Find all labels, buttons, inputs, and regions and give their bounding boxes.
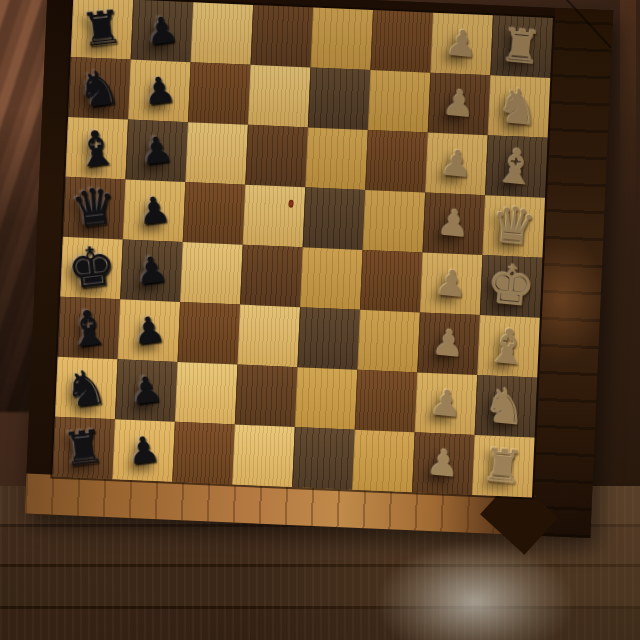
square-b8[interactable]: ♞: [68, 57, 131, 120]
piece-black-bishop[interactable]: ♝: [64, 296, 114, 360]
square-g2[interactable]: ♟: [415, 372, 478, 435]
square-b2[interactable]: ♟: [428, 73, 491, 136]
square-a3[interactable]: [370, 10, 433, 73]
square-g1[interactable]: ♞: [475, 375, 538, 438]
square-f3[interactable]: [357, 310, 420, 373]
square-e1[interactable]: ♚: [480, 255, 543, 318]
square-c6[interactable]: [185, 122, 248, 185]
square-c5[interactable]: [245, 125, 308, 188]
piece-black-pawn[interactable]: ♟: [129, 299, 168, 362]
square-d6[interactable]: [183, 182, 246, 245]
table-surface-right: [620, 0, 636, 230]
square-e3[interactable]: [360, 250, 423, 313]
square-c2[interactable]: ♟: [425, 133, 488, 196]
square-c4[interactable]: [305, 127, 368, 190]
square-a5[interactable]: [251, 5, 314, 68]
square-d4[interactable]: [303, 187, 366, 250]
chess-board: ♜♟♟♜♞♟♟♞♝♟♟♝♛♟♟♛♚♟♟♚♝♟♟♝♞♟♟♞♜♟♟♜: [25, 0, 613, 538]
square-c7[interactable]: ♟: [125, 120, 188, 183]
square-c3[interactable]: [365, 130, 428, 193]
square-d2[interactable]: ♟: [423, 193, 486, 256]
square-b3[interactable]: [368, 70, 431, 133]
square-f4[interactable]: [297, 307, 360, 370]
piece-white-pawn[interactable]: ♟: [427, 372, 465, 435]
piece-black-queen[interactable]: ♛: [68, 176, 120, 241]
square-h2[interactable]: ♟: [412, 432, 475, 495]
square-a4[interactable]: [310, 8, 373, 71]
square-a1[interactable]: ♜: [490, 15, 553, 78]
square-c8[interactable]: ♝: [65, 117, 128, 180]
square-b6[interactable]: [188, 62, 251, 125]
square-h7[interactable]: ♟: [112, 419, 175, 482]
piece-white-knight[interactable]: ♞: [495, 75, 544, 139]
piece-black-pawn[interactable]: ♟: [132, 239, 171, 302]
square-g4[interactable]: [295, 367, 358, 430]
square-d7[interactable]: ♟: [123, 179, 186, 242]
piece-white-pawn[interactable]: ♟: [437, 132, 475, 195]
square-e7[interactable]: ♟: [120, 239, 183, 302]
square-g8[interactable]: ♞: [55, 357, 118, 420]
piece-white-rook[interactable]: ♜: [480, 434, 527, 498]
photo-scene: ♜♟♟♜♞♟♟♞♝♟♟♝♛♟♟♛♚♟♟♚♝♟♟♝♞♟♟♞♜♟♟♜: [0, 0, 640, 640]
wood-knot: [288, 200, 293, 208]
piece-black-pawn[interactable]: ♟: [142, 0, 181, 63]
square-d8[interactable]: ♛: [63, 177, 126, 240]
board-grid: ♜♟♟♜♞♟♟♞♝♟♟♝♛♟♟♛♚♟♟♚♝♟♟♝♞♟♟♞♜♟♟♜: [52, 0, 552, 498]
square-a2[interactable]: ♟: [430, 13, 493, 76]
piece-white-bishop[interactable]: ♝: [484, 314, 533, 378]
piece-white-pawn[interactable]: ♟: [424, 432, 462, 495]
square-b5[interactable]: [248, 65, 311, 128]
piece-white-queen[interactable]: ♛: [488, 194, 539, 258]
piece-black-pawn[interactable]: ♟: [135, 179, 174, 242]
piece-black-rook[interactable]: ♜: [78, 0, 126, 60]
square-h1[interactable]: ♜: [472, 435, 535, 498]
piece-black-pawn[interactable]: ♟: [137, 119, 176, 182]
square-g7[interactable]: ♟: [115, 359, 178, 422]
piece-white-knight[interactable]: ♞: [482, 374, 531, 438]
square-h6[interactable]: [172, 422, 235, 485]
square-f5[interactable]: [237, 305, 300, 368]
light-reflection: [378, 542, 573, 640]
square-f7[interactable]: ♟: [118, 299, 181, 362]
square-a8[interactable]: ♜: [71, 0, 134, 60]
square-e5[interactable]: [240, 245, 303, 308]
square-d1[interactable]: ♛: [482, 195, 545, 258]
piece-black-pawn[interactable]: ♟: [124, 419, 163, 482]
piece-black-pawn[interactable]: ♟: [127, 359, 166, 422]
piece-white-pawn[interactable]: ♟: [432, 252, 470, 315]
square-h4[interactable]: [292, 427, 355, 490]
square-g5[interactable]: [235, 365, 298, 428]
square-h8[interactable]: ♜: [52, 417, 115, 480]
piece-white-rook[interactable]: ♜: [498, 15, 545, 79]
piece-white-pawn[interactable]: ♟: [435, 192, 473, 255]
piece-black-king[interactable]: ♚: [64, 236, 119, 301]
square-h5[interactable]: [232, 424, 295, 487]
square-e6[interactable]: [180, 242, 243, 305]
square-f8[interactable]: ♝: [58, 297, 121, 360]
piece-white-bishop[interactable]: ♝: [492, 135, 541, 199]
square-f6[interactable]: [178, 302, 241, 365]
piece-white-pawn[interactable]: ♟: [443, 13, 481, 76]
piece-black-knight[interactable]: ♞: [62, 356, 112, 420]
square-e4[interactable]: [300, 247, 363, 310]
square-d3[interactable]: [363, 190, 426, 253]
square-d5[interactable]: [243, 185, 306, 248]
square-h3[interactable]: [352, 430, 415, 493]
square-a6[interactable]: [191, 2, 254, 65]
square-f2[interactable]: ♟: [417, 312, 480, 375]
square-e8[interactable]: ♚: [60, 237, 123, 300]
square-c1[interactable]: ♝: [485, 135, 548, 198]
square-b7[interactable]: ♟: [128, 60, 191, 123]
square-a7[interactable]: ♟: [131, 0, 194, 62]
piece-black-knight[interactable]: ♞: [75, 56, 125, 120]
square-b4[interactable]: [308, 67, 371, 130]
piece-white-king[interactable]: ♚: [484, 254, 538, 318]
piece-black-pawn[interactable]: ♟: [140, 59, 179, 122]
piece-black-bishop[interactable]: ♝: [72, 116, 122, 180]
square-g6[interactable]: [175, 362, 238, 425]
piece-black-rook[interactable]: ♜: [60, 416, 108, 480]
square-g3[interactable]: [355, 370, 418, 433]
piece-white-pawn[interactable]: ♟: [430, 312, 468, 375]
square-b1[interactable]: ♞: [488, 75, 551, 138]
piece-white-pawn[interactable]: ♟: [440, 73, 478, 136]
square-e2[interactable]: ♟: [420, 253, 483, 316]
square-f1[interactable]: ♝: [477, 315, 540, 378]
